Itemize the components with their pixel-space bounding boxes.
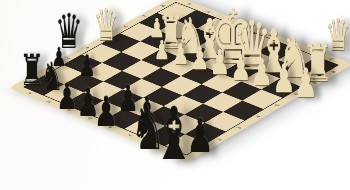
white-pawn: ♟ bbox=[231, 50, 252, 85]
white-pawn: ♟ bbox=[294, 64, 318, 104]
piece-layer: ♟♛♛♜♛♞♝♟♟♚♟♟♛♝♟♟♞♟♜♟♜♞♟♟♟♟♟♟♟♞♟♝ bbox=[0, 0, 350, 190]
white-pawn: ♟ bbox=[191, 43, 209, 74]
white-queen: ♛ bbox=[93, 3, 119, 47]
white-pawn: ♟ bbox=[210, 46, 230, 80]
white-pawn: ♟ bbox=[154, 37, 169, 63]
black-bishop: ♝ bbox=[152, 98, 195, 171]
black-pawn: ♟ bbox=[78, 51, 96, 81]
product-photo-stage: aabbccddeeffgghh1122334455667788 ♟♛♛♜♛♞♝… bbox=[0, 0, 350, 190]
black-pawn: ♟ bbox=[94, 91, 119, 133]
white-pawn: ♟ bbox=[251, 55, 273, 91]
white-pawn: ♟ bbox=[173, 40, 190, 69]
black-pawn: ♟ bbox=[56, 79, 78, 115]
white-pawn: ♟ bbox=[272, 59, 295, 98]
